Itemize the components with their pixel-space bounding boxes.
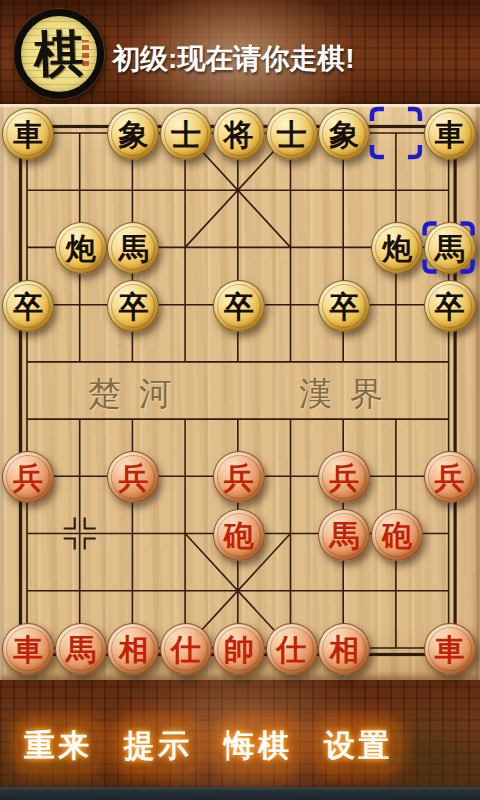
settings-button[interactable]: 设置 — [318, 722, 398, 770]
piece-glyph: 相 — [329, 635, 359, 665]
piece-glyph: 兵 — [435, 463, 465, 493]
xiangqi-piece-black[interactable]: 卒 — [318, 280, 370, 332]
xiangqi-piece-black[interactable]: 炮 — [371, 222, 423, 274]
xiangqi-piece-black[interactable]: 卒 — [424, 280, 476, 332]
xiangqi-piece-black[interactable]: 将 — [213, 108, 265, 160]
app-screen: 棋 初级:现在请你走棋! 楚河 漢界 車象士将士象車炮馬炮馬卒卒卒卒卒兵兵兵兵兵… — [0, 0, 480, 800]
piece-glyph: 象 — [118, 120, 148, 150]
piece-glyph: 兵 — [13, 463, 43, 493]
xiangqi-piece-black[interactable]: 象 — [318, 108, 370, 160]
river-label-han-jie: 漢界 — [299, 372, 401, 417]
restart-button[interactable]: 重来 — [18, 722, 98, 770]
top-banner: 棋 初级:现在请你走棋! — [0, 0, 480, 104]
piece-glyph: 卒 — [224, 292, 254, 322]
river-label-chu-he: 楚河 — [88, 372, 190, 417]
xiangqi-piece-red[interactable]: 砲 — [371, 509, 423, 561]
piece-glyph: 仕 — [277, 635, 307, 665]
piece-glyph: 仕 — [171, 635, 201, 665]
status-text: 初级:现在请你走棋! — [112, 40, 355, 78]
xiangqi-piece-red[interactable]: 相 — [318, 623, 370, 675]
xiangqi-piece-black[interactable]: 卒 — [213, 280, 265, 332]
logo-red-seal — [82, 40, 89, 66]
piece-glyph: 炮 — [382, 234, 412, 264]
xiangqi-piece-red[interactable]: 仕 — [266, 623, 318, 675]
piece-glyph: 卒 — [13, 292, 43, 322]
xiangqi-piece-red[interactable]: 車 — [2, 623, 54, 675]
piece-glyph: 炮 — [66, 234, 96, 264]
xiangqi-piece-red[interactable]: 兵 — [2, 451, 54, 503]
piece-glyph: 砲 — [382, 521, 412, 551]
xiangqi-piece-black[interactable]: 士 — [266, 108, 318, 160]
piece-glyph: 車 — [435, 635, 465, 665]
app-logo: 棋 — [14, 9, 104, 99]
xiangqi-piece-black[interactable]: 卒 — [2, 280, 54, 332]
piece-glyph: 兵 — [118, 463, 148, 493]
piece-glyph: 相 — [118, 635, 148, 665]
xiangqi-piece-red[interactable]: 砲 — [213, 509, 265, 561]
piece-glyph: 卒 — [435, 292, 465, 322]
piece-glyph: 車 — [13, 635, 43, 665]
system-bar — [0, 787, 480, 800]
piece-glyph: 士 — [277, 120, 307, 150]
xiangqi-piece-red[interactable]: 兵 — [213, 451, 265, 503]
undo-button[interactable]: 悔棋 — [218, 722, 298, 770]
piece-glyph: 車 — [13, 120, 43, 150]
piece-glyph: 卒 — [329, 292, 359, 322]
piece-glyph: 馬 — [435, 234, 465, 264]
xiangqi-piece-black[interactable]: 車 — [2, 108, 54, 160]
piece-glyph: 馬 — [118, 234, 148, 264]
xiangqi-piece-red[interactable]: 仕 — [160, 623, 212, 675]
piece-glyph: 馬 — [329, 521, 359, 551]
xiangqi-piece-red[interactable]: 帥 — [213, 623, 265, 675]
toolbar: 重来提示悔棋设置 — [0, 718, 480, 774]
xiangqi-piece-black[interactable]: 卒 — [107, 280, 159, 332]
piece-glyph: 車 — [435, 120, 465, 150]
xiangqi-piece-black[interactable]: 炮 — [55, 222, 107, 274]
xiangqi-piece-black[interactable]: 車 — [424, 108, 476, 160]
xiangqi-board[interactable]: 楚河 漢界 車象士将士象車炮馬炮馬卒卒卒卒卒兵兵兵兵兵砲馬砲車馬相仕帥仕相車 — [0, 104, 480, 680]
piece-glyph: 砲 — [224, 521, 254, 551]
xiangqi-piece-red[interactable]: 相 — [107, 623, 159, 675]
logo-qi-character: 棋 — [33, 28, 85, 80]
xiangqi-piece-black[interactable]: 象 — [107, 108, 159, 160]
xiangqi-piece-red[interactable]: 兵 — [424, 451, 476, 503]
hint-button[interactable]: 提示 — [118, 722, 198, 770]
xiangqi-piece-red[interactable]: 馬 — [55, 623, 107, 675]
piece-glyph: 帥 — [224, 635, 254, 665]
xiangqi-piece-red[interactable]: 馬 — [318, 509, 370, 561]
xiangqi-piece-red[interactable]: 車 — [424, 623, 476, 675]
piece-glyph: 将 — [224, 120, 254, 150]
piece-glyph: 士 — [171, 120, 201, 150]
xiangqi-piece-black[interactable]: 馬 — [424, 222, 476, 274]
xiangqi-piece-black[interactable]: 士 — [160, 108, 212, 160]
piece-glyph: 馬 — [66, 635, 96, 665]
board-grid — [0, 104, 480, 680]
piece-glyph: 兵 — [224, 463, 254, 493]
piece-glyph: 卒 — [118, 292, 148, 322]
piece-glyph: 象 — [329, 120, 359, 150]
piece-glyph: 兵 — [329, 463, 359, 493]
